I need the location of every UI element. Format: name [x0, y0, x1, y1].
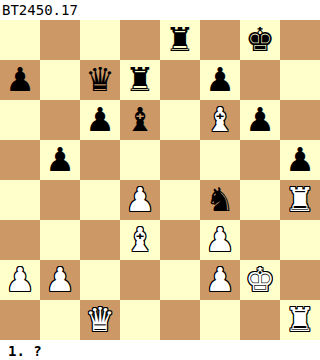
white-pawn[interactable]: ♟: [45, 260, 75, 300]
square-d4[interactable]: ♟: [120, 180, 160, 220]
square-f5[interactable]: [200, 140, 240, 180]
black-rook[interactable]: ♜: [125, 60, 155, 100]
black-pawn[interactable]: ♟: [45, 140, 75, 180]
black-king[interactable]: ♚: [245, 20, 275, 60]
square-c5[interactable]: [80, 140, 120, 180]
square-h2[interactable]: [280, 260, 320, 300]
square-a4[interactable]: [0, 180, 40, 220]
square-a1[interactable]: [0, 300, 40, 340]
square-b1[interactable]: [40, 300, 80, 340]
square-g3[interactable]: [240, 220, 280, 260]
square-a8[interactable]: [0, 20, 40, 60]
square-c6[interactable]: ♟: [80, 100, 120, 140]
square-e7[interactable]: [160, 60, 200, 100]
move-prompt: 1. ?: [0, 340, 320, 360]
square-h4[interactable]: ♜: [280, 180, 320, 220]
square-h3[interactable]: [280, 220, 320, 260]
square-e5[interactable]: [160, 140, 200, 180]
puzzle-id: BT2450.17: [0, 0, 320, 20]
square-f3[interactable]: ♟: [200, 220, 240, 260]
square-d6[interactable]: ♝: [120, 100, 160, 140]
square-g2[interactable]: ♚: [240, 260, 280, 300]
black-bishop[interactable]: ♝: [125, 100, 155, 140]
white-king[interactable]: ♚: [245, 260, 275, 300]
square-b6[interactable]: [40, 100, 80, 140]
white-queen[interactable]: ♛: [85, 300, 115, 340]
square-f8[interactable]: [200, 20, 240, 60]
square-c8[interactable]: [80, 20, 120, 60]
square-f7[interactable]: ♟: [200, 60, 240, 100]
square-d1[interactable]: [120, 300, 160, 340]
square-a6[interactable]: [0, 100, 40, 140]
square-d8[interactable]: [120, 20, 160, 60]
square-h5[interactable]: ♟: [280, 140, 320, 180]
black-pawn[interactable]: ♟: [245, 100, 275, 140]
square-e2[interactable]: [160, 260, 200, 300]
square-c2[interactable]: [80, 260, 120, 300]
square-e1[interactable]: [160, 300, 200, 340]
square-d2[interactable]: [120, 260, 160, 300]
square-g4[interactable]: [240, 180, 280, 220]
square-h1[interactable]: ♜: [280, 300, 320, 340]
square-c4[interactable]: [80, 180, 120, 220]
black-pawn[interactable]: ♟: [205, 60, 235, 100]
square-g7[interactable]: [240, 60, 280, 100]
white-rook[interactable]: ♜: [285, 300, 315, 340]
square-c3[interactable]: [80, 220, 120, 260]
white-rook[interactable]: ♜: [285, 180, 315, 220]
square-d7[interactable]: ♜: [120, 60, 160, 100]
square-f2[interactable]: ♟: [200, 260, 240, 300]
square-b4[interactable]: [40, 180, 80, 220]
square-a2[interactable]: ♟: [0, 260, 40, 300]
square-f6[interactable]: ♝: [200, 100, 240, 140]
black-pawn[interactable]: ♟: [5, 60, 35, 100]
square-c7[interactable]: ♛: [80, 60, 120, 100]
white-pawn[interactable]: ♟: [205, 220, 235, 260]
square-f4[interactable]: ♞: [200, 180, 240, 220]
square-a5[interactable]: [0, 140, 40, 180]
square-g5[interactable]: [240, 140, 280, 180]
square-b3[interactable]: [40, 220, 80, 260]
white-pawn[interactable]: ♟: [205, 260, 235, 300]
square-h7[interactable]: [280, 60, 320, 100]
square-b5[interactable]: ♟: [40, 140, 80, 180]
white-bishop[interactable]: ♝: [125, 220, 155, 260]
black-knight[interactable]: ♞: [205, 180, 235, 220]
black-rook[interactable]: ♜: [165, 20, 195, 60]
square-e3[interactable]: [160, 220, 200, 260]
square-d5[interactable]: [120, 140, 160, 180]
white-pawn[interactable]: ♟: [125, 180, 155, 220]
square-e8[interactable]: ♜: [160, 20, 200, 60]
square-a7[interactable]: ♟: [0, 60, 40, 100]
square-e6[interactable]: [160, 100, 200, 140]
white-bishop[interactable]: ♝: [205, 100, 235, 140]
chess-board: ♜♚♟♛♜♟♟♝♝♟♟♟♟♞♜♝♟♟♟♟♚♛♜: [0, 20, 320, 340]
square-e4[interactable]: [160, 180, 200, 220]
black-pawn[interactable]: ♟: [285, 140, 315, 180]
square-c1[interactable]: ♛: [80, 300, 120, 340]
square-a3[interactable]: [0, 220, 40, 260]
square-f1[interactable]: [200, 300, 240, 340]
square-b7[interactable]: [40, 60, 80, 100]
square-g1[interactable]: [240, 300, 280, 340]
square-g6[interactable]: ♟: [240, 100, 280, 140]
square-g8[interactable]: ♚: [240, 20, 280, 60]
square-d3[interactable]: ♝: [120, 220, 160, 260]
square-h6[interactable]: [280, 100, 320, 140]
white-pawn[interactable]: ♟: [5, 260, 35, 300]
black-queen[interactable]: ♛: [85, 60, 115, 100]
square-b2[interactable]: ♟: [40, 260, 80, 300]
square-b8[interactable]: [40, 20, 80, 60]
black-pawn[interactable]: ♟: [85, 100, 115, 140]
square-h8[interactable]: [280, 20, 320, 60]
